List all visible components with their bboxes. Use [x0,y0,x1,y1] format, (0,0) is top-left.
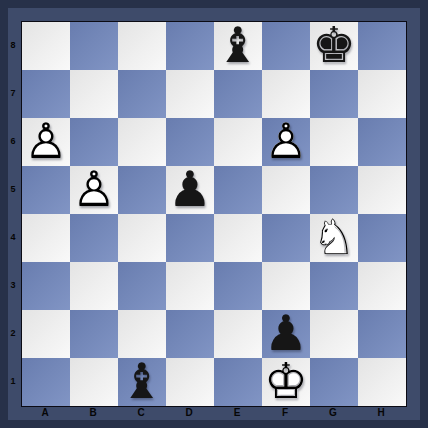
square-g3[interactable] [310,262,358,310]
square-e2[interactable] [214,310,262,358]
rank-label-4: 4 [6,213,20,261]
board: ♝♚♟♙♟♙♟♙♟♞♘♟♝♚♔ [21,21,407,407]
square-c4[interactable] [118,214,166,262]
piece-outline: ♘ [310,214,358,262]
file-label-e: E [213,406,261,419]
square-h5[interactable] [358,166,406,214]
file-label-h: H [357,406,405,419]
square-e8[interactable]: ♝ [214,22,262,70]
square-g2[interactable] [310,310,358,358]
square-b6[interactable] [70,118,118,166]
square-c1[interactable]: ♝ [118,358,166,406]
square-b3[interactable] [70,262,118,310]
black-pawn-f2[interactable]: ♟ [262,310,310,358]
square-g4[interactable]: ♞♘ [310,214,358,262]
square-b5[interactable]: ♟♙ [70,166,118,214]
square-d8[interactable] [166,22,214,70]
rank-label-6: 6 [6,117,20,165]
square-e5[interactable] [214,166,262,214]
rank-labels: 87654321 [6,21,20,405]
file-label-b: B [69,406,117,419]
square-b8[interactable] [70,22,118,70]
square-f3[interactable] [262,262,310,310]
square-c6[interactable] [118,118,166,166]
square-g1[interactable] [310,358,358,406]
square-c2[interactable] [118,310,166,358]
square-d1[interactable] [166,358,214,406]
square-c5[interactable] [118,166,166,214]
white-pawn-a6[interactable]: ♟♙ [22,118,70,166]
piece-outline: ♙ [22,118,70,166]
square-b2[interactable] [70,310,118,358]
file-labels: ABCDEFGH [21,406,405,419]
square-a6[interactable]: ♟♙ [22,118,70,166]
square-e7[interactable] [214,70,262,118]
white-knight-g4[interactable]: ♞♘ [310,214,358,262]
black-bishop-c1[interactable]: ♝ [118,358,166,406]
square-d6[interactable] [166,118,214,166]
file-label-d: D [165,406,213,419]
square-e4[interactable] [214,214,262,262]
white-pawn-b5[interactable]: ♟♙ [70,166,118,214]
square-a5[interactable] [22,166,70,214]
square-g7[interactable] [310,70,358,118]
square-a7[interactable] [22,70,70,118]
square-f6[interactable]: ♟♙ [262,118,310,166]
square-b1[interactable] [70,358,118,406]
square-c8[interactable] [118,22,166,70]
square-a1[interactable] [22,358,70,406]
piece-outline: ♙ [70,166,118,214]
square-f4[interactable] [262,214,310,262]
square-h6[interactable] [358,118,406,166]
rank-label-1: 1 [6,357,20,405]
file-label-a: A [21,406,69,419]
black-bishop-e8[interactable]: ♝ [214,22,262,70]
white-pawn-f6[interactable]: ♟♙ [262,118,310,166]
square-e3[interactable] [214,262,262,310]
piece-outline: ♔ [262,358,310,406]
square-d3[interactable] [166,262,214,310]
square-e1[interactable] [214,358,262,406]
black-king-g8[interactable]: ♚ [310,22,358,70]
rank-label-7: 7 [6,69,20,117]
square-f2[interactable]: ♟ [262,310,310,358]
square-g6[interactable] [310,118,358,166]
square-h1[interactable] [358,358,406,406]
rank-label-3: 3 [6,261,20,309]
square-g8[interactable]: ♚ [310,22,358,70]
square-b4[interactable] [70,214,118,262]
piece-outline: ♙ [262,118,310,166]
rank-label-2: 2 [6,309,20,357]
square-f7[interactable] [262,70,310,118]
square-a2[interactable] [22,310,70,358]
square-h8[interactable] [358,22,406,70]
black-pawn-d5[interactable]: ♟ [166,166,214,214]
rank-label-5: 5 [6,165,20,213]
chess-diagram-frame: 87654321 ABCDEFGH ♝♚♟♙♟♙♟♙♟♞♘♟♝♚♔ [0,0,428,428]
square-a4[interactable] [22,214,70,262]
square-e6[interactable] [214,118,262,166]
white-king-f1[interactable]: ♚♔ [262,358,310,406]
square-f5[interactable] [262,166,310,214]
square-h3[interactable] [358,262,406,310]
square-f8[interactable] [262,22,310,70]
square-c3[interactable] [118,262,166,310]
square-d5[interactable]: ♟ [166,166,214,214]
square-h2[interactable] [358,310,406,358]
square-d2[interactable] [166,310,214,358]
square-h4[interactable] [358,214,406,262]
square-g5[interactable] [310,166,358,214]
square-d7[interactable] [166,70,214,118]
file-label-g: G [309,406,357,419]
square-c7[interactable] [118,70,166,118]
square-a3[interactable] [22,262,70,310]
rank-label-8: 8 [6,21,20,69]
square-d4[interactable] [166,214,214,262]
square-b7[interactable] [70,70,118,118]
square-a8[interactable] [22,22,70,70]
square-h7[interactable] [358,70,406,118]
square-f1[interactable]: ♚♔ [262,358,310,406]
